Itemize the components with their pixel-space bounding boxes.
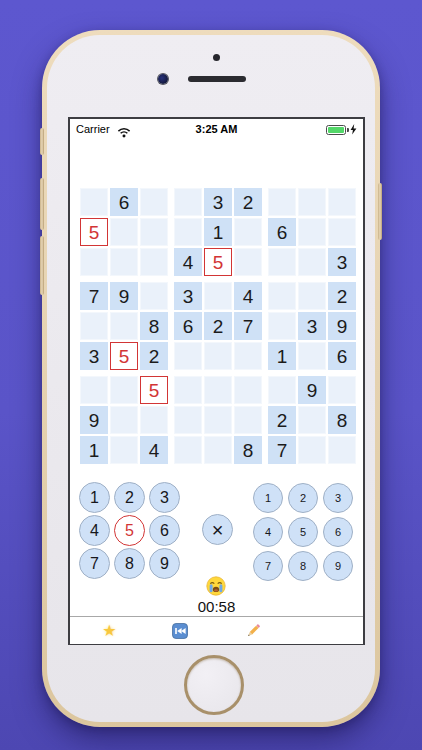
cell-r2c7[interactable]: 6: [268, 218, 296, 246]
power-button[interactable]: [378, 183, 382, 240]
crying-face-emoji: [206, 576, 226, 600]
cell-r9c6[interactable]: 8: [234, 436, 262, 464]
cell-r4c5[interactable]: [204, 282, 232, 310]
cell-r1c1[interactable]: [80, 188, 108, 216]
cell-r4c7[interactable]: [268, 282, 296, 310]
cell-r2c6[interactable]: [234, 218, 262, 246]
cell-r2c2[interactable]: [110, 218, 138, 246]
cell-r2c9[interactable]: [328, 218, 356, 246]
cell-r7c2[interactable]: [110, 376, 138, 404]
cell-r4c8[interactable]: [298, 282, 326, 310]
cell-r8c2[interactable]: [110, 406, 138, 434]
note-digit-button-4[interactable]: 4: [253, 517, 283, 547]
cell-r4c6[interactable]: 4: [234, 282, 262, 310]
cell-r1c8[interactable]: [298, 188, 326, 216]
cell-r6c7[interactable]: 1: [268, 342, 296, 370]
cell-r5c6[interactable]: 7: [234, 312, 262, 340]
cell-r9c8[interactable]: [298, 436, 326, 464]
cell-r9c1[interactable]: 1: [80, 436, 108, 464]
cell-r1c9[interactable]: [328, 188, 356, 216]
cell-r8c7[interactable]: 2: [268, 406, 296, 434]
cell-r7c8[interactable]: 9: [298, 376, 326, 404]
cell-r3c1[interactable]: [80, 248, 108, 276]
digit-pad: 123456789: [79, 482, 180, 579]
cell-r7c6[interactable]: [234, 376, 262, 404]
cell-r1c6[interactable]: 2: [234, 188, 262, 216]
cell-r6c8[interactable]: [298, 342, 326, 370]
cell-r1c5[interactable]: 3: [204, 188, 232, 216]
cell-r3c2[interactable]: [110, 248, 138, 276]
front-camera: [158, 74, 168, 84]
note-digit-button-6[interactable]: 6: [323, 517, 353, 547]
cell-r6c6[interactable]: [234, 342, 262, 370]
purple-background: Carrier 3:25 AM: [0, 0, 422, 750]
cell-r9c2[interactable]: [110, 436, 138, 464]
home-button[interactable]: [184, 655, 244, 715]
cell-r4c1[interactable]: 7: [80, 282, 108, 310]
status-bar: Carrier 3:25 AM: [70, 119, 363, 139]
cell-r7c9[interactable]: [328, 376, 356, 404]
digit-button-1[interactable]: 1: [79, 482, 110, 513]
cell-r6c3[interactable]: 2: [140, 342, 168, 370]
glowing-star-icon[interactable]: ★: [101, 622, 118, 639]
cell-r6c9[interactable]: 6: [328, 342, 356, 370]
pencil-icon[interactable]: [244, 622, 261, 639]
digit-button-9[interactable]: 9: [149, 548, 180, 579]
cell-r3c8[interactable]: [298, 248, 326, 276]
cell-r5c5[interactable]: 2: [204, 312, 232, 340]
digit-button-7[interactable]: 7: [79, 548, 110, 579]
cell-r2c5[interactable]: 1: [204, 218, 232, 246]
cell-r2c4[interactable]: [174, 218, 202, 246]
erase-button[interactable]: ×: [202, 514, 233, 545]
cell-r8c4[interactable]: [174, 406, 202, 434]
cell-r8c1[interactable]: 9: [80, 406, 108, 434]
note-digit-pad: 123456789: [253, 483, 353, 581]
cell-r6c2[interactable]: 5: [110, 342, 138, 370]
cell-r2c1[interactable]: 5: [80, 218, 108, 246]
cell-r8c6[interactable]: [234, 406, 262, 434]
note-digit-button-8[interactable]: 8: [288, 551, 318, 581]
cell-r5c4[interactable]: 6: [174, 312, 202, 340]
charging-bolt-icon: [350, 124, 357, 135]
cell-r7c1[interactable]: [80, 376, 108, 404]
rewind-icon[interactable]: [171, 622, 188, 639]
cell-r5c8[interactable]: 3: [298, 312, 326, 340]
phone-bezel: Carrier 3:25 AM: [47, 35, 375, 722]
cell-r7c4[interactable]: [174, 376, 202, 404]
sensor-dot: [213, 54, 220, 61]
digit-button-3[interactable]: 3: [149, 482, 180, 513]
cell-r9c4[interactable]: [174, 436, 202, 464]
cell-r3c9[interactable]: 3: [328, 248, 356, 276]
cell-r1c3[interactable]: [140, 188, 168, 216]
cell-r6c4[interactable]: [174, 342, 202, 370]
volume-up-button[interactable]: [40, 178, 44, 230]
cell-r5c7[interactable]: [268, 312, 296, 340]
cell-r9c9[interactable]: [328, 436, 356, 464]
cell-r5c2[interactable]: [110, 312, 138, 340]
note-digit-button-2[interactable]: 2: [288, 483, 318, 513]
bottom-toolbar: ★: [70, 616, 363, 644]
sudoku-board: 6325164537934286273935216599281487: [80, 188, 356, 464]
cell-r1c7[interactable]: [268, 188, 296, 216]
cell-r7c3[interactable]: 5: [140, 376, 168, 404]
cell-r8c9[interactable]: 8: [328, 406, 356, 434]
cell-r9c5[interactable]: [204, 436, 232, 464]
digit-button-6[interactable]: 6: [149, 515, 180, 546]
game-timer: 00:58: [70, 598, 363, 615]
cell-r9c7[interactable]: 7: [268, 436, 296, 464]
cell-r8c8[interactable]: [298, 406, 326, 434]
cell-r9c3[interactable]: 4: [140, 436, 168, 464]
cell-r3c4[interactable]: 4: [174, 248, 202, 276]
cell-r4c4[interactable]: 3: [174, 282, 202, 310]
battery-charging-icon: [326, 124, 357, 135]
cell-r8c3[interactable]: [140, 406, 168, 434]
note-digit-button-5[interactable]: 5: [288, 517, 318, 547]
note-digit-button-7[interactable]: 7: [253, 551, 283, 581]
digit-button-4[interactable]: 4: [79, 515, 110, 546]
cell-r5c9[interactable]: 9: [328, 312, 356, 340]
digit-button-5[interactable]: 5: [114, 515, 145, 546]
cell-r4c3[interactable]: [140, 282, 168, 310]
status-time: 3:25 AM: [70, 123, 363, 135]
cell-r6c5[interactable]: [204, 342, 232, 370]
cell-r1c4[interactable]: [174, 188, 202, 216]
cell-r5c1[interactable]: [80, 312, 108, 340]
note-digit-button-9[interactable]: 9: [323, 551, 353, 581]
note-digit-button-3[interactable]: 3: [323, 483, 353, 513]
cell-r3c3[interactable]: [140, 248, 168, 276]
cell-r2c3[interactable]: [140, 218, 168, 246]
earpiece-speaker: [188, 76, 246, 82]
cell-r4c2[interactable]: 9: [110, 282, 138, 310]
iphone-frame: Carrier 3:25 AM: [42, 30, 380, 727]
cell-r3c7[interactable]: [268, 248, 296, 276]
cell-r4c9[interactable]: 2: [328, 282, 356, 310]
note-digit-button-1[interactable]: 1: [253, 483, 283, 513]
cell-r7c5[interactable]: [204, 376, 232, 404]
erase-symbol: ×: [212, 520, 224, 540]
cell-r1c2[interactable]: 6: [110, 188, 138, 216]
cell-r7c7[interactable]: [268, 376, 296, 404]
cell-r5c3[interactable]: 8: [140, 312, 168, 340]
digit-button-8[interactable]: 8: [114, 548, 145, 579]
cell-r3c6[interactable]: [234, 248, 262, 276]
cell-r8c5[interactable]: [204, 406, 232, 434]
mute-switch[interactable]: [40, 128, 44, 155]
volume-down-button[interactable]: [40, 236, 44, 295]
cell-r3c5[interactable]: 5: [204, 248, 232, 276]
cell-r6c1[interactable]: 3: [80, 342, 108, 370]
app-screen: Carrier 3:25 AM: [68, 117, 365, 645]
digit-button-2[interactable]: 2: [114, 482, 145, 513]
cell-r2c8[interactable]: [298, 218, 326, 246]
